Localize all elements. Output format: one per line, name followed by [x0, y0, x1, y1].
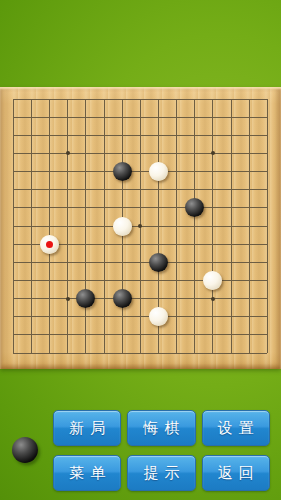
back-button[interactable]: 返回 — [202, 455, 270, 491]
button-row-2: 菜单 提示 返回 — [53, 455, 270, 491]
star-point — [211, 297, 215, 301]
white-stone — [203, 271, 222, 290]
white-stone — [40, 235, 59, 254]
grid-line — [13, 262, 267, 263]
grid-line — [13, 316, 267, 317]
black-stone — [185, 198, 204, 217]
white-stone — [149, 162, 168, 181]
grid-line — [13, 298, 267, 299]
settings-button[interactable]: 设置 — [202, 410, 270, 446]
grid-line — [212, 99, 213, 353]
grid-line — [249, 99, 250, 353]
black-stone — [149, 253, 168, 272]
white-stone — [113, 217, 132, 236]
grid-line — [13, 280, 267, 281]
last-move-marker — [46, 241, 53, 248]
star-point — [138, 224, 142, 228]
grid-line — [176, 99, 177, 353]
black-stone — [113, 289, 132, 308]
star-point — [211, 151, 215, 155]
white-stone — [149, 307, 168, 326]
grid-line — [231, 99, 232, 353]
grid-line — [13, 353, 267, 354]
new-game-button[interactable]: 新局 — [53, 410, 121, 446]
grid-line — [194, 99, 195, 353]
turn-indicator-black-stone — [12, 437, 38, 463]
button-panel: 新局 悔棋 设置 菜单 提示 返回 — [53, 410, 270, 500]
menu-button[interactable]: 菜单 — [53, 455, 121, 491]
grid-line — [13, 334, 267, 335]
black-stone — [76, 289, 95, 308]
gomoku-board[interactable] — [0, 87, 281, 369]
star-point — [66, 151, 70, 155]
hint-button[interactable]: 提示 — [127, 455, 195, 491]
black-stone — [113, 162, 132, 181]
grid-line — [267, 99, 268, 353]
star-point — [66, 297, 70, 301]
button-row-1: 新局 悔棋 设置 — [53, 410, 270, 446]
undo-button[interactable]: 悔棋 — [127, 410, 195, 446]
gomoku-app-screen: 新局 悔棋 设置 菜单 提示 返回 — [0, 0, 281, 500]
